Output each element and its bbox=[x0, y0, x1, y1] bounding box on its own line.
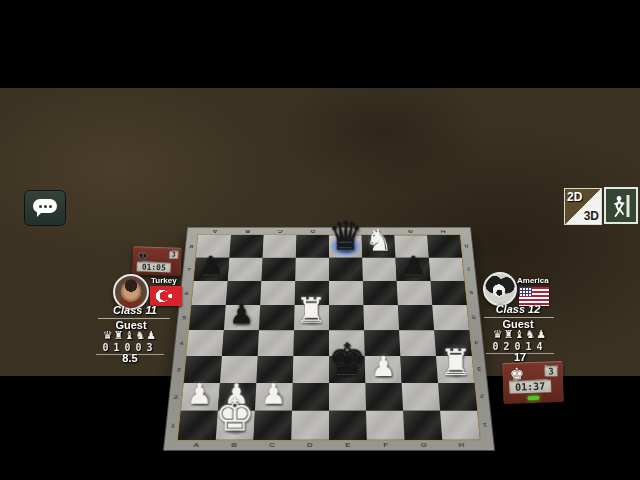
white-clock-counter: 3 bbox=[544, 365, 557, 376]
square-h7[interactable] bbox=[429, 258, 465, 281]
board-grid: ♛♞♟♟♟♜♚♟♜♟♟♟♚ bbox=[178, 235, 480, 440]
square-b4[interactable] bbox=[222, 330, 259, 356]
square-e3[interactable]: ♚ bbox=[329, 356, 365, 383]
piece-black-pawn-g7[interactable]: ♟ bbox=[402, 253, 425, 279]
coord-label: C bbox=[253, 440, 291, 450]
square-b1[interactable]: ♚ bbox=[216, 411, 255, 440]
coord-label: 6 bbox=[464, 281, 478, 305]
coord-label: G bbox=[404, 440, 443, 450]
app-screen: ABCDEFGH ABCDEFGH 87654321 87654321 ♛♞♟♟… bbox=[0, 0, 640, 480]
coord-label: B bbox=[215, 440, 254, 450]
left-player-country: Turkey bbox=[151, 276, 177, 285]
square-h1[interactable] bbox=[440, 411, 480, 440]
coord-label: E bbox=[329, 440, 367, 450]
coord-label: B bbox=[231, 228, 264, 236]
square-f7[interactable] bbox=[362, 258, 396, 281]
square-d8[interactable] bbox=[296, 235, 329, 258]
square-g5[interactable] bbox=[398, 305, 434, 330]
coord-label: G bbox=[394, 228, 427, 236]
coord-label: D bbox=[296, 228, 329, 236]
coord-label: F bbox=[367, 440, 405, 450]
square-d7[interactable] bbox=[295, 258, 329, 281]
square-c2[interactable]: ♟ bbox=[255, 383, 293, 411]
coord-label: A bbox=[177, 440, 216, 450]
coord-label: E bbox=[329, 228, 362, 236]
black-clock-time: 01:05 bbox=[137, 261, 171, 272]
square-g3[interactable] bbox=[400, 356, 438, 383]
coord-label: D bbox=[291, 440, 329, 450]
piece-white-rook-h3[interactable]: ♜ bbox=[440, 344, 473, 380]
file-labels-top: ABCDEFGH bbox=[198, 228, 459, 236]
black-clock-counter: 3 bbox=[169, 250, 178, 258]
square-f6[interactable] bbox=[363, 281, 398, 305]
square-a5[interactable] bbox=[189, 305, 226, 330]
square-c7[interactable] bbox=[261, 258, 295, 281]
left-player-class: Class 11 bbox=[95, 304, 175, 316]
square-b8[interactable] bbox=[229, 235, 263, 258]
coord-label: A bbox=[198, 228, 231, 236]
square-e2[interactable] bbox=[329, 383, 366, 411]
square-a6[interactable] bbox=[191, 281, 227, 305]
coord-label: 5 bbox=[467, 305, 481, 330]
square-b7[interactable] bbox=[228, 258, 263, 281]
square-b5[interactable]: ♟ bbox=[224, 305, 260, 330]
right-player-country: America bbox=[517, 276, 549, 285]
square-h2[interactable] bbox=[438, 383, 477, 411]
left-captured-piece-icons: ♛♜♝♞♟ bbox=[94, 329, 166, 342]
running-man-door-icon bbox=[611, 194, 631, 218]
coord-label: 4 bbox=[469, 330, 484, 356]
square-d2[interactable] bbox=[292, 383, 329, 411]
square-c4[interactable] bbox=[258, 330, 294, 356]
square-f3[interactable]: ♟ bbox=[365, 356, 402, 383]
square-h8[interactable] bbox=[427, 235, 462, 258]
square-d5[interactable]: ♜ bbox=[294, 305, 329, 330]
piece-black-queen-e8[interactable]: ♛ bbox=[328, 217, 363, 256]
square-g6[interactable] bbox=[397, 281, 433, 305]
square-g7[interactable]: ♟ bbox=[395, 258, 430, 281]
square-g4[interactable] bbox=[399, 330, 436, 356]
piece-white-pawn-f3[interactable]: ♟ bbox=[371, 353, 396, 381]
right-captured-piece-icons: ♛♜♝♞♟ bbox=[483, 328, 557, 341]
chat-button[interactable] bbox=[25, 191, 65, 225]
label-3d: 3D bbox=[584, 209, 599, 223]
piece-black-king-e3[interactable]: ♚ bbox=[328, 338, 367, 381]
square-f1[interactable] bbox=[366, 411, 404, 440]
right-player-class: Class 12 bbox=[480, 303, 556, 315]
coord-label: H bbox=[442, 440, 481, 450]
coord-label: F bbox=[361, 228, 394, 236]
square-c6[interactable] bbox=[260, 281, 295, 305]
square-g1[interactable] bbox=[403, 411, 442, 440]
turkey-flag bbox=[150, 286, 182, 306]
ellipsis-dots bbox=[33, 199, 57, 213]
piece-white-pawn-c2[interactable]: ♟ bbox=[261, 380, 286, 408]
square-e8[interactable]: ♛ bbox=[329, 235, 362, 258]
white-clock-time: 01:37 bbox=[509, 379, 551, 393]
piece-white-king-b1[interactable]: ♚ bbox=[215, 393, 255, 438]
square-f8[interactable]: ♞ bbox=[362, 235, 396, 258]
square-c8[interactable] bbox=[263, 235, 297, 258]
square-h3[interactable]: ♜ bbox=[436, 356, 474, 383]
view-2d-3d-toggle[interactable]: 2D 3D bbox=[565, 189, 601, 224]
coord-label: 1 bbox=[477, 411, 493, 440]
square-c1[interactable] bbox=[254, 411, 292, 440]
piece-white-pawn-a2[interactable]: ♟ bbox=[187, 380, 212, 408]
square-c5[interactable] bbox=[259, 305, 295, 330]
square-a1[interactable] bbox=[178, 411, 218, 440]
right-player-avatar[interactable] bbox=[483, 272, 517, 306]
white-player-clock: ♚ 3 01:37 bbox=[502, 361, 563, 404]
square-e6[interactable] bbox=[329, 281, 363, 305]
square-f5[interactable] bbox=[363, 305, 399, 330]
chess-board: ABCDEFGH ABCDEFGH 87654321 87654321 ♛♞♟♟… bbox=[164, 228, 494, 450]
square-d3[interactable] bbox=[293, 356, 329, 383]
coord-label: H bbox=[426, 228, 459, 236]
clock-green-light bbox=[527, 396, 539, 400]
square-a7[interactable]: ♟ bbox=[194, 258, 230, 281]
speech-bubble-icon bbox=[33, 199, 57, 213]
square-h6[interactable] bbox=[430, 281, 466, 305]
square-e1[interactable] bbox=[329, 411, 367, 440]
left-player-score: 8.5 bbox=[95, 352, 165, 364]
square-f2[interactable] bbox=[365, 383, 403, 411]
black-player-clock: ♚ 3 01:05 bbox=[133, 246, 182, 276]
square-e7[interactable] bbox=[329, 258, 363, 281]
piece-black-pawn-b5[interactable]: ♟ bbox=[230, 301, 254, 328]
square-h5[interactable] bbox=[432, 305, 469, 330]
coord-label: 8 bbox=[460, 235, 474, 258]
file-labels-bottom: ABCDEFGH bbox=[177, 440, 481, 450]
piece-white-rook-d5[interactable]: ♜ bbox=[296, 293, 327, 328]
coord-label: C bbox=[264, 228, 297, 236]
table-felt: ABCDEFGH ABCDEFGH 87654321 87654321 ♛♞♟♟… bbox=[0, 88, 640, 376]
square-d4[interactable] bbox=[293, 330, 329, 356]
piece-black-pawn-a7[interactable]: ♟ bbox=[199, 253, 222, 279]
exit-button[interactable] bbox=[604, 187, 638, 224]
square-e5[interactable] bbox=[329, 305, 364, 330]
coord-label: 7 bbox=[462, 258, 476, 281]
board-frame: ABCDEFGH ABCDEFGH 87654321 87654321 ♛♞♟♟… bbox=[164, 228, 494, 450]
coord-label: 2 bbox=[474, 383, 489, 411]
square-g2[interactable] bbox=[402, 383, 440, 411]
square-d1[interactable] bbox=[291, 411, 329, 440]
label-2d: 2D bbox=[567, 190, 582, 204]
square-a4[interactable] bbox=[186, 330, 224, 356]
